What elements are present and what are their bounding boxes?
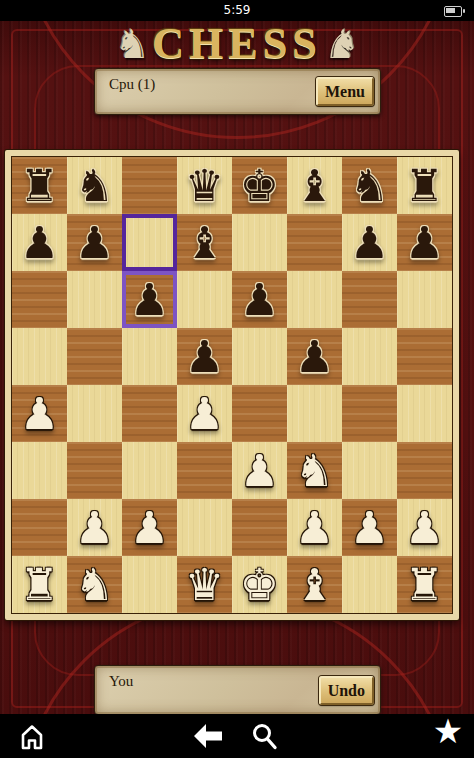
piece-black-king[interactable]: ♚ <box>232 157 287 214</box>
square-e8[interactable]: ♚ <box>232 157 287 214</box>
player-bar: You Undo <box>94 665 381 714</box>
piece-black-pawn[interactable]: ♟ <box>287 328 342 385</box>
square-g2[interactable]: ♟ <box>342 499 397 556</box>
square-c7[interactable] <box>122 214 177 271</box>
piece-white-queen[interactable]: ♛ <box>177 556 232 613</box>
square-c5[interactable] <box>122 328 177 385</box>
piece-black-rook[interactable]: ♜ <box>397 157 452 214</box>
square-h1[interactable]: ♜ <box>397 556 452 613</box>
square-b8[interactable]: ♞ <box>67 157 122 214</box>
square-a4[interactable]: ♟ <box>12 385 67 442</box>
square-h3[interactable] <box>397 442 452 499</box>
piece-white-pawn[interactable]: ♟ <box>342 499 397 556</box>
square-g8[interactable]: ♞ <box>342 157 397 214</box>
piece-black-pawn[interactable]: ♟ <box>12 214 67 271</box>
square-b7[interactable]: ♟ <box>67 214 122 271</box>
square-a2[interactable] <box>12 499 67 556</box>
square-a7[interactable]: ♟ <box>12 214 67 271</box>
chess-board: ♜♞♛♚♝♞♜♟♟♝♟♟♟♟♟♟♟♟♟♞♟♟♟♟♟♜♞♛♚♝♜ <box>5 150 459 620</box>
square-g7[interactable]: ♟ <box>342 214 397 271</box>
piece-white-pawn[interactable]: ♟ <box>177 385 232 442</box>
square-b6[interactable] <box>67 271 122 328</box>
square-c6[interactable]: ♟ <box>122 271 177 328</box>
search-icon[interactable] <box>248 721 280 751</box>
square-h6[interactable] <box>397 271 452 328</box>
square-f5[interactable]: ♟ <box>287 328 342 385</box>
square-b4[interactable] <box>67 385 122 442</box>
square-c3[interactable] <box>122 442 177 499</box>
square-f2[interactable]: ♟ <box>287 499 342 556</box>
piece-black-pawn[interactable]: ♟ <box>67 214 122 271</box>
square-d6[interactable] <box>177 271 232 328</box>
player-name-label: You <box>109 673 133 690</box>
piece-black-pawn[interactable]: ♟ <box>122 271 177 328</box>
square-a8[interactable]: ♜ <box>12 157 67 214</box>
square-e3[interactable]: ♟ <box>232 442 287 499</box>
piece-white-knight[interactable]: ♞ <box>287 442 342 499</box>
nav-bar: ★ <box>0 714 474 758</box>
piece-black-knight[interactable]: ♞ <box>342 157 397 214</box>
square-c2[interactable]: ♟ <box>122 499 177 556</box>
knight-logo-right-icon: ♞ <box>324 21 360 68</box>
piece-black-pawn[interactable]: ♟ <box>342 214 397 271</box>
knight-logo-left-icon: ♞ <box>114 21 150 68</box>
square-f6[interactable] <box>287 271 342 328</box>
piece-white-pawn[interactable]: ♟ <box>12 385 67 442</box>
piece-black-pawn[interactable]: ♟ <box>177 328 232 385</box>
piece-black-pawn[interactable]: ♟ <box>232 271 287 328</box>
square-h7[interactable]: ♟ <box>397 214 452 271</box>
battery-icon <box>444 6 462 17</box>
square-d8[interactable]: ♛ <box>177 157 232 214</box>
square-d7[interactable]: ♝ <box>177 214 232 271</box>
status-bar: 5:59 <box>0 0 474 21</box>
app-title: CHESS <box>152 21 321 67</box>
square-g3[interactable] <box>342 442 397 499</box>
square-b1[interactable]: ♞ <box>67 556 122 613</box>
piece-white-knight[interactable]: ♞ <box>67 556 122 613</box>
square-b3[interactable] <box>67 442 122 499</box>
app-screen: 5:59 ♞ CHESS ♞ Cpu (1) Menu ♜♞♛♚♝♞♜♟♟♝♟♟… <box>0 0 474 758</box>
menu-button[interactable]: Menu <box>316 77 374 106</box>
piece-black-knight[interactable]: ♞ <box>67 157 122 214</box>
opponent-name-label: Cpu (1) <box>109 76 155 93</box>
piece-black-bishop[interactable]: ♝ <box>177 214 232 271</box>
square-c4[interactable] <box>122 385 177 442</box>
piece-white-pawn[interactable]: ♟ <box>232 442 287 499</box>
square-d1[interactable]: ♛ <box>177 556 232 613</box>
clock: 5:59 <box>0 3 474 17</box>
opponent-bar: Cpu (1) Menu <box>94 68 381 115</box>
square-f3[interactable]: ♞ <box>287 442 342 499</box>
square-g5[interactable] <box>342 328 397 385</box>
square-e1[interactable]: ♚ <box>232 556 287 613</box>
square-h5[interactable] <box>397 328 452 385</box>
square-h8[interactable]: ♜ <box>397 157 452 214</box>
square-b2[interactable]: ♟ <box>67 499 122 556</box>
square-e7[interactable] <box>232 214 287 271</box>
piece-black-pawn[interactable]: ♟ <box>397 214 452 271</box>
square-h4[interactable] <box>397 385 452 442</box>
square-d3[interactable] <box>177 442 232 499</box>
undo-button[interactable]: Undo <box>319 676 374 705</box>
square-e2[interactable] <box>232 499 287 556</box>
square-b5[interactable] <box>67 328 122 385</box>
piece-white-pawn[interactable]: ♟ <box>397 499 452 556</box>
square-f8[interactable]: ♝ <box>287 157 342 214</box>
square-f4[interactable] <box>287 385 342 442</box>
square-a6[interactable] <box>12 271 67 328</box>
piece-black-rook[interactable]: ♜ <box>12 157 67 214</box>
piece-white-pawn[interactable]: ♟ <box>287 499 342 556</box>
square-h2[interactable]: ♟ <box>397 499 452 556</box>
board-squares: ♜♞♛♚♝♞♜♟♟♝♟♟♟♟♟♟♟♟♟♞♟♟♟♟♟♜♞♛♚♝♜ <box>12 157 452 613</box>
square-d2[interactable] <box>177 499 232 556</box>
square-a5[interactable] <box>12 328 67 385</box>
piece-black-queen[interactable]: ♛ <box>177 157 232 214</box>
piece-white-king[interactable]: ♚ <box>232 556 287 613</box>
back-icon[interactable] <box>192 721 224 751</box>
star-icon[interactable]: ★ <box>432 716 464 746</box>
piece-white-pawn[interactable]: ♟ <box>67 499 122 556</box>
square-e4[interactable] <box>232 385 287 442</box>
square-c8[interactable] <box>122 157 177 214</box>
piece-white-pawn[interactable]: ♟ <box>122 499 177 556</box>
square-d5[interactable]: ♟ <box>177 328 232 385</box>
square-e6[interactable]: ♟ <box>232 271 287 328</box>
piece-white-rook[interactable]: ♜ <box>397 556 452 613</box>
piece-black-bishop[interactable]: ♝ <box>287 157 342 214</box>
piece-white-rook[interactable]: ♜ <box>12 556 67 613</box>
square-a1[interactable]: ♜ <box>12 556 67 613</box>
piece-white-bishop[interactable]: ♝ <box>287 556 342 613</box>
square-g6[interactable] <box>342 271 397 328</box>
square-e5[interactable] <box>232 328 287 385</box>
square-a3[interactable] <box>12 442 67 499</box>
square-g1[interactable] <box>342 556 397 613</box>
home-icon[interactable] <box>16 721 48 751</box>
square-f1[interactable]: ♝ <box>287 556 342 613</box>
square-c1[interactable] <box>122 556 177 613</box>
square-d4[interactable]: ♟ <box>177 385 232 442</box>
app-title-row: ♞ CHESS ♞ <box>0 21 474 69</box>
square-g4[interactable] <box>342 385 397 442</box>
square-f7[interactable] <box>287 214 342 271</box>
main-area: ♞ CHESS ♞ Cpu (1) Menu ♜♞♛♚♝♞♜♟♟♝♟♟♟♟♟♟♟… <box>0 21 474 714</box>
